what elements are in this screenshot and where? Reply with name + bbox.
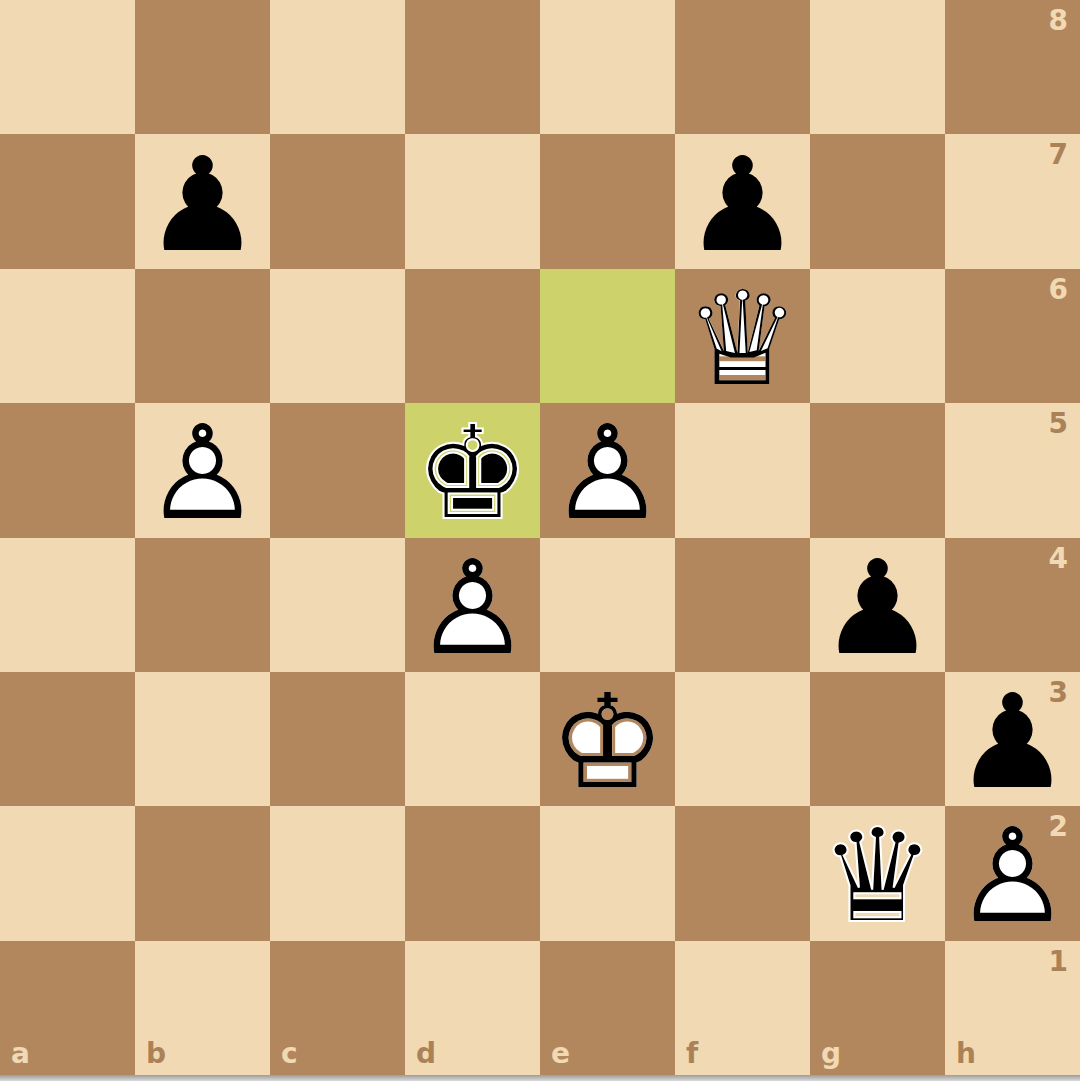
- square-h8[interactable]: 8: [945, 0, 1080, 134]
- square-h3[interactable]: 3♟: [945, 672, 1080, 806]
- white-pawn-icon: ♙: [540, 406, 675, 540]
- square-a1[interactable]: a: [0, 941, 135, 1075]
- black-queen-icon: ♛: [810, 809, 945, 943]
- square-c1[interactable]: c: [270, 941, 405, 1075]
- white-king-icon: ♔: [540, 675, 675, 809]
- piece-black-pawn[interactable]: ♟: [135, 134, 270, 268]
- white-pawn-icon: ♙: [135, 406, 270, 540]
- square-f4[interactable]: [675, 538, 810, 672]
- file-label-c: c: [281, 1040, 298, 1068]
- black-pawn-icon: ♟: [675, 137, 810, 271]
- file-label-f: f: [686, 1040, 698, 1068]
- square-f6[interactable]: ♛♕: [675, 269, 810, 403]
- square-c4[interactable]: [270, 538, 405, 672]
- square-f1[interactable]: f: [675, 941, 810, 1075]
- square-e6[interactable]: [540, 269, 675, 403]
- square-a8[interactable]: [0, 0, 135, 134]
- square-b8[interactable]: [135, 0, 270, 134]
- square-h7[interactable]: 7: [945, 134, 1080, 268]
- file-label-b: b: [146, 1040, 166, 1068]
- rank-label-8: 8: [1049, 7, 1068, 35]
- square-h2[interactable]: 2♟♙: [945, 806, 1080, 940]
- white-queen-icon: ♕: [675, 272, 810, 406]
- square-d6[interactable]: [405, 269, 540, 403]
- square-d2[interactable]: [405, 806, 540, 940]
- square-e2[interactable]: [540, 806, 675, 940]
- square-g4[interactable]: ♟: [810, 538, 945, 672]
- piece-white-pawn[interactable]: ♟♙: [405, 538, 540, 672]
- square-b4[interactable]: [135, 538, 270, 672]
- square-f8[interactable]: [675, 0, 810, 134]
- rank-label-1: 1: [1049, 948, 1068, 976]
- file-label-e: e: [551, 1040, 570, 1068]
- piece-black-queen[interactable]: ♛: [810, 806, 945, 940]
- square-b5[interactable]: ♟♙: [135, 403, 270, 537]
- square-b7[interactable]: ♟: [135, 134, 270, 268]
- square-g7[interactable]: [810, 134, 945, 268]
- square-c2[interactable]: [270, 806, 405, 940]
- white-pawn-icon: ♙: [945, 809, 1080, 943]
- square-e1[interactable]: e: [540, 941, 675, 1075]
- chess-board: 8♟♟7♛♕6♟♙♚♟♙5♟♙♟4♚♔3♟♛2♟♙abcdefgh1: [0, 0, 1080, 1075]
- square-e7[interactable]: [540, 134, 675, 268]
- square-a3[interactable]: [0, 672, 135, 806]
- square-h6[interactable]: 6: [945, 269, 1080, 403]
- square-d8[interactable]: [405, 0, 540, 134]
- square-c8[interactable]: [270, 0, 405, 134]
- black-pawn-icon: ♟: [945, 675, 1080, 809]
- square-a5[interactable]: [0, 403, 135, 537]
- square-g2[interactable]: ♛: [810, 806, 945, 940]
- square-f2[interactable]: [675, 806, 810, 940]
- piece-white-pawn[interactable]: ♟♙: [540, 403, 675, 537]
- square-b2[interactable]: [135, 806, 270, 940]
- board-area: 8♟♟7♛♕6♟♙♚♟♙5♟♙♟4♚♔3♟♛2♟♙abcdefgh1: [0, 0, 1080, 1081]
- file-label-h: h: [956, 1040, 976, 1068]
- piece-white-pawn[interactable]: ♟♙: [945, 806, 1080, 940]
- square-f3[interactable]: [675, 672, 810, 806]
- square-h5[interactable]: 5: [945, 403, 1080, 537]
- square-d7[interactable]: [405, 134, 540, 268]
- black-pawn-icon: ♟: [810, 541, 945, 675]
- piece-black-pawn[interactable]: ♟: [945, 672, 1080, 806]
- rank-label-7: 7: [1049, 141, 1068, 169]
- square-a7[interactable]: [0, 134, 135, 268]
- square-g6[interactable]: [810, 269, 945, 403]
- square-g3[interactable]: [810, 672, 945, 806]
- piece-black-pawn[interactable]: ♟: [810, 538, 945, 672]
- piece-white-pawn[interactable]: ♟♙: [135, 403, 270, 537]
- square-d3[interactable]: [405, 672, 540, 806]
- rank-label-6: 6: [1049, 276, 1068, 304]
- square-c7[interactable]: [270, 134, 405, 268]
- rank-label-5: 5: [1049, 410, 1068, 438]
- square-a6[interactable]: [0, 269, 135, 403]
- file-label-a: a: [11, 1040, 30, 1068]
- black-pawn-icon: ♟: [135, 137, 270, 271]
- square-g1[interactable]: g: [810, 941, 945, 1075]
- square-e4[interactable]: [540, 538, 675, 672]
- file-label-g: g: [821, 1040, 841, 1068]
- file-label-d: d: [416, 1040, 436, 1068]
- square-b3[interactable]: [135, 672, 270, 806]
- board-shadow: [0, 1075, 1080, 1081]
- square-a4[interactable]: [0, 538, 135, 672]
- square-d1[interactable]: d: [405, 941, 540, 1075]
- square-e8[interactable]: [540, 0, 675, 134]
- square-b1[interactable]: b: [135, 941, 270, 1075]
- square-f7[interactable]: ♟: [675, 134, 810, 268]
- square-c5[interactable]: [270, 403, 405, 537]
- black-king-icon: ♚: [405, 406, 540, 540]
- piece-black-pawn[interactable]: ♟: [675, 134, 810, 268]
- square-h1[interactable]: h1: [945, 941, 1080, 1075]
- piece-white-queen[interactable]: ♛♕: [675, 269, 810, 403]
- square-h4[interactable]: 4: [945, 538, 1080, 672]
- square-g5[interactable]: [810, 403, 945, 537]
- square-c6[interactable]: [270, 269, 405, 403]
- square-f5[interactable]: [675, 403, 810, 537]
- square-c3[interactable]: [270, 672, 405, 806]
- square-d5[interactable]: ♚: [405, 403, 540, 537]
- square-e3[interactable]: ♚♔: [540, 672, 675, 806]
- white-pawn-icon: ♙: [405, 541, 540, 675]
- square-a2[interactable]: [0, 806, 135, 940]
- square-g8[interactable]: [810, 0, 945, 134]
- rank-label-4: 4: [1049, 545, 1068, 573]
- square-e5[interactable]: ♟♙: [540, 403, 675, 537]
- piece-black-king[interactable]: ♚: [405, 403, 540, 537]
- piece-white-king[interactable]: ♚♔: [540, 672, 675, 806]
- square-d4[interactable]: ♟♙: [405, 538, 540, 672]
- square-b6[interactable]: [135, 269, 270, 403]
